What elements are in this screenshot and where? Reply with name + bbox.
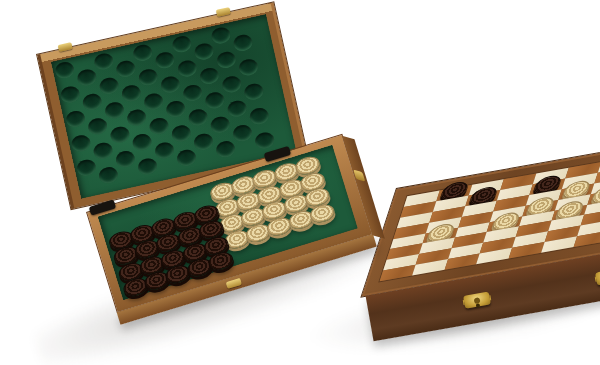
- piece-storage-hole: [182, 83, 204, 103]
- piece-storage-hole: [81, 92, 103, 112]
- piece-storage-hole: [171, 34, 193, 54]
- piece-storage-hole: [92, 141, 114, 161]
- piece-storage-hole: [176, 148, 198, 168]
- piece-storage-hole: [159, 75, 181, 95]
- piece-storage-hole: [59, 85, 81, 105]
- piece-storage-hole: [254, 131, 276, 151]
- brass-clasp-icon: [225, 278, 241, 289]
- piece-storage-hole: [54, 60, 76, 80]
- piece-storage-hole: [215, 139, 237, 159]
- piece-storage-hole: [154, 50, 176, 70]
- piece-storage-hole: [76, 68, 98, 88]
- lid-hook-clasp-icon: [57, 42, 72, 52]
- piece-storage-hole: [232, 33, 254, 53]
- piece-storage-hole: [170, 124, 192, 144]
- piece-storage-hole: [232, 123, 254, 143]
- piece-storage-hole: [109, 125, 131, 145]
- product-photo-scene: [0, 0, 600, 365]
- piece-storage-hole: [70, 134, 92, 154]
- piece-storage-hole: [209, 115, 231, 135]
- brass-latch-icon: [595, 268, 600, 285]
- piece-storage-hole: [87, 117, 109, 137]
- piece-storage-hole: [153, 141, 175, 161]
- piece-storage-hole: [98, 76, 120, 96]
- piece-storage-hole: [115, 59, 137, 79]
- piece-storage-hole: [192, 132, 214, 152]
- piece-storage-hole: [243, 82, 265, 102]
- piece-storage-hole: [215, 50, 237, 70]
- piece-storage-hole: [237, 57, 259, 77]
- piece-storage-hole: [210, 26, 232, 46]
- closed-checkerboard-box: [360, 137, 600, 298]
- piece-storage-hole: [93, 52, 115, 72]
- piece-storage-hole: [176, 59, 198, 79]
- piece-storage-hole: [221, 74, 243, 94]
- piece-storage-hole: [75, 158, 97, 178]
- lid-hook-clasp-icon: [216, 7, 231, 17]
- piece-storage-hole: [198, 66, 220, 86]
- piece-storage-hole: [165, 99, 187, 119]
- piece-storage-hole: [136, 157, 158, 177]
- piece-storage-hole: [114, 149, 136, 169]
- piece-storage-hole: [104, 100, 126, 120]
- piece-storage-hole: [120, 83, 142, 103]
- piece-storage-hole: [226, 99, 248, 119]
- piece-storage-hole: [143, 92, 165, 112]
- piece-storage-hole: [64, 109, 86, 129]
- piece-storage-hole: [148, 116, 170, 136]
- piece-storage-hole: [204, 91, 226, 111]
- piece-storage-hole: [131, 132, 153, 152]
- piece-storage-hole: [132, 43, 154, 63]
- piece-storage-hole: [97, 165, 119, 185]
- brass-hinge-plate-icon: [353, 170, 365, 182]
- piece-storage-hole: [137, 67, 159, 87]
- brass-latch-icon: [463, 291, 491, 308]
- piece-storage-hole: [187, 108, 209, 128]
- piece-storage-hole: [193, 42, 215, 62]
- piece-storage-hole: [126, 108, 148, 128]
- piece-storage-hole: [248, 106, 270, 126]
